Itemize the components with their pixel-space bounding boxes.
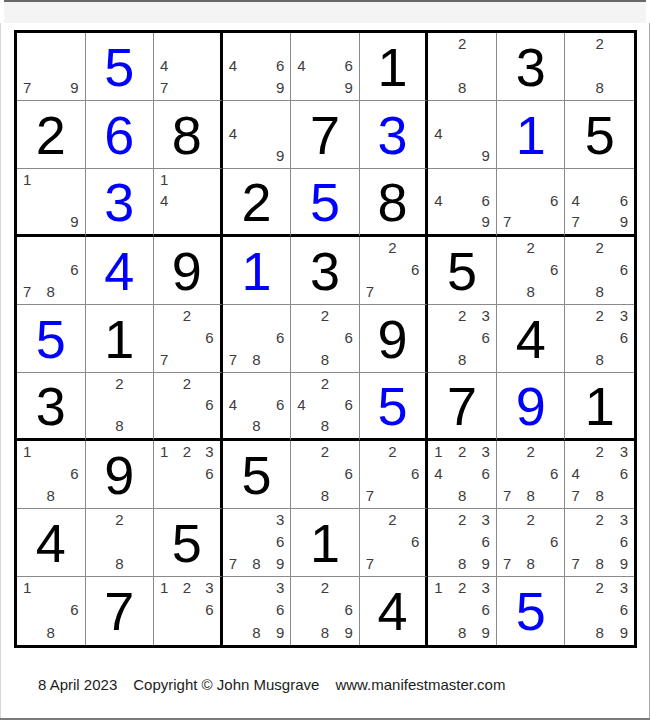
candidate-6: 6 (609, 464, 628, 484)
solved-digit: 1 (516, 108, 546, 162)
pencil-marks: 268 (291, 305, 359, 372)
candidate-7: 7 (503, 552, 522, 572)
candidate-8: 8 (590, 76, 609, 96)
candidate-3: 3 (471, 512, 490, 532)
given-digit: 9 (172, 244, 202, 298)
cell-r7c8[interactable]: 2678 (497, 441, 566, 509)
pencil-marks: 36789 (223, 509, 291, 576)
cell-r5c3[interactable]: 267 (154, 305, 223, 373)
candidate-9: 9 (471, 621, 490, 641)
candidate-1: 1 (23, 172, 42, 191)
candidate-6: 6 (334, 56, 353, 76)
candidate-6: 6 (609, 260, 628, 280)
cell-r5c5[interactable]: 268 (291, 305, 360, 373)
given-digit: 4 (516, 312, 546, 366)
candidate-3: 3 (471, 580, 490, 600)
cell-r7c7[interactable]: 123468 (428, 441, 497, 509)
pencil-marks: 14 (154, 169, 220, 234)
pencil-marks: 469 (223, 33, 291, 100)
candidate-9: 9 (60, 211, 79, 230)
solved-digit: 5 (310, 175, 340, 229)
given-digit: 2 (241, 175, 271, 229)
candidate-1: 1 (160, 172, 178, 191)
candidate-8: 8 (590, 348, 609, 368)
solved-digit: 3 (378, 108, 408, 162)
candidate-9: 9 (266, 144, 285, 164)
candidate-7: 7 (366, 280, 384, 300)
pencil-marks: 49 (223, 101, 291, 168)
pencil-marks: 3689 (223, 577, 291, 645)
cell-r3c4[interactable]: 2 (223, 169, 292, 237)
pencil-marks: 123468 (428, 441, 496, 508)
candidate-8: 8 (590, 552, 609, 572)
pencil-marks: 1236 (154, 441, 220, 508)
candidate-6: 6 (609, 532, 628, 552)
given-digit: 1 (310, 516, 340, 570)
candidate-4: 4 (571, 464, 590, 484)
candidate-8: 8 (521, 484, 540, 504)
candidate-4: 4 (297, 56, 316, 76)
candidate-4: 4 (434, 191, 453, 210)
candidate-6: 6 (266, 328, 285, 348)
pencil-marks: 267 (360, 441, 426, 508)
given-digit: 3 (36, 379, 66, 433)
candidate-4: 4 (160, 56, 178, 76)
cell-r4c1[interactable]: 678 (17, 237, 86, 305)
candidate-9: 9 (60, 76, 79, 96)
candidate-1: 1 (160, 580, 178, 600)
solved-digit: 5 (104, 40, 134, 94)
pencil-marks: 2689 (291, 577, 359, 645)
cell-r3c9[interactable]: 4679 (565, 169, 634, 237)
candidate-7: 7 (23, 280, 42, 300)
candidate-8: 8 (453, 552, 472, 572)
candidate-8: 8 (247, 552, 266, 572)
candidate-6: 6 (266, 395, 285, 414)
candidate-4: 4 (434, 124, 453, 144)
candidate-8: 8 (316, 484, 335, 504)
given-digit: 2 (36, 108, 66, 162)
cell-r2c4[interactable]: 49 (223, 101, 292, 169)
cell-r5c2[interactable]: 1 (86, 305, 155, 373)
candidate-8: 8 (110, 415, 129, 434)
given-digit: 5 (447, 244, 477, 298)
cell-r6c7[interactable]: 7 (428, 373, 497, 441)
pencil-marks: 67 (497, 169, 565, 234)
candidate-2: 2 (590, 240, 609, 260)
candidate-4: 4 (297, 395, 316, 414)
candidate-7: 7 (160, 348, 178, 368)
candidate-6: 6 (540, 532, 559, 552)
cell-r1c7[interactable]: 28 (428, 33, 497, 101)
cell-r5c1[interactable]: 5 (17, 305, 86, 373)
candidate-7: 7 (229, 552, 248, 572)
solved-digit: 5 (378, 379, 408, 433)
candidate-9: 9 (471, 144, 490, 164)
footer-copyright: Copyright © John Musgrave (133, 676, 319, 693)
candidate-2: 2 (384, 240, 402, 260)
candidate-9: 9 (266, 621, 285, 641)
candidate-2: 2 (316, 444, 335, 464)
candidate-8: 8 (453, 348, 472, 368)
candidate-7: 7 (503, 211, 522, 230)
candidate-2: 2 (178, 308, 196, 328)
cell-r7c3[interactable]: 1236 (154, 441, 223, 509)
candidate-9: 9 (471, 552, 490, 572)
candidate-6: 6 (609, 328, 628, 348)
candidate-3: 3 (266, 580, 285, 600)
candidate-6: 6 (196, 328, 214, 348)
pencil-marks: 168 (17, 577, 85, 645)
solved-digit: 4 (104, 244, 134, 298)
window-top-bar (4, 0, 646, 23)
candidate-2: 2 (521, 240, 540, 260)
cell-r4c6[interactable]: 267 (360, 237, 429, 305)
candidate-6: 6 (401, 260, 419, 280)
given-digit: 9 (378, 312, 408, 366)
given-digit: 5 (585, 108, 615, 162)
given-digit: 5 (172, 516, 202, 570)
sudoku-board: 7954746946912832826849734915193142584696… (14, 30, 637, 648)
cell-r7c9[interactable]: 234678 (565, 441, 634, 509)
footer: 8 April 2023 Copyright © John Musgrave w… (38, 676, 505, 693)
candidate-8: 8 (453, 621, 472, 641)
candidate-7: 7 (23, 76, 42, 96)
pencil-marks: 469 (291, 33, 359, 100)
cell-r5c9[interactable]: 2368 (565, 305, 634, 373)
cell-r3c3[interactable]: 14 (154, 169, 223, 237)
candidate-6: 6 (540, 464, 559, 484)
cell-r5c7[interactable]: 2368 (428, 305, 497, 373)
cell-r1c3[interactable]: 47 (154, 33, 223, 101)
candidate-8: 8 (590, 280, 609, 300)
candidate-8: 8 (247, 415, 266, 434)
candidate-4: 4 (571, 191, 590, 210)
candidate-2: 2 (178, 376, 196, 395)
candidate-4: 4 (229, 56, 248, 76)
candidate-2: 2 (316, 580, 335, 600)
pencil-marks: 4679 (565, 169, 634, 234)
cell-r5c8[interactable]: 4 (497, 305, 566, 373)
cell-r3c2[interactable]: 3 (86, 169, 155, 237)
cell-r6c5[interactable]: 2468 (291, 373, 360, 441)
candidate-6: 6 (471, 532, 490, 552)
candidate-2: 2 (384, 512, 402, 532)
candidate-2: 2 (316, 308, 335, 328)
cell-r9c4[interactable]: 3689 (223, 577, 292, 645)
candidate-2: 2 (110, 376, 129, 395)
pencil-marks: 268 (497, 237, 565, 304)
candidate-2: 2 (453, 580, 472, 600)
cell-r9c8[interactable]: 5 (497, 577, 566, 645)
candidate-1: 1 (434, 580, 453, 600)
cell-r7c4[interactable]: 5 (223, 441, 292, 509)
cell-r8c9[interactable]: 236789 (565, 509, 634, 577)
cell-r9c9[interactable]: 23689 (565, 577, 634, 645)
solved-digit: 1 (241, 244, 271, 298)
candidate-9: 9 (471, 211, 490, 230)
cell-r6c9[interactable]: 1 (565, 373, 634, 441)
candidate-6: 6 (266, 56, 285, 76)
pencil-marks: 28 (565, 33, 634, 100)
candidate-8: 8 (316, 621, 335, 641)
pencil-marks: 49 (428, 101, 496, 168)
candidate-8: 8 (42, 484, 61, 504)
candidate-3: 3 (266, 512, 285, 532)
candidate-8: 8 (110, 552, 129, 572)
cell-r2c8[interactable]: 1 (497, 101, 566, 169)
candidate-7: 7 (229, 348, 248, 368)
cell-r8c2[interactable]: 28 (86, 509, 155, 577)
candidate-6: 6 (401, 464, 419, 484)
candidate-6: 6 (334, 600, 353, 620)
candidate-1: 1 (23, 580, 42, 600)
candidate-9: 9 (334, 621, 353, 641)
cell-r2c9[interactable]: 5 (565, 101, 634, 169)
candidate-6: 6 (401, 532, 419, 552)
candidate-3: 3 (471, 444, 490, 464)
candidate-6: 6 (266, 600, 285, 620)
candidate-2: 2 (316, 376, 335, 395)
cell-r4c3[interactable]: 9 (154, 237, 223, 305)
pencil-marks: 26 (154, 373, 220, 438)
solved-digit: 9 (516, 379, 546, 433)
pencil-marks: 236789 (565, 509, 634, 576)
candidate-9: 9 (266, 552, 285, 572)
candidate-6: 6 (196, 600, 214, 620)
candidate-9: 9 (609, 211, 628, 230)
candidate-7: 7 (571, 484, 590, 504)
candidate-1: 1 (434, 444, 453, 464)
candidate-8: 8 (316, 415, 335, 434)
solved-digit: 3 (104, 175, 134, 229)
cell-r8c3[interactable]: 5 (154, 509, 223, 577)
given-digit: 8 (378, 175, 408, 229)
pencil-marks: 268 (291, 441, 359, 508)
cell-r9c6[interactable]: 4 (360, 577, 429, 645)
pencil-marks: 267 (360, 509, 426, 576)
candidate-2: 2 (178, 580, 196, 600)
candidate-6: 6 (609, 191, 628, 210)
candidate-1: 1 (23, 444, 42, 464)
given-digit: 7 (447, 379, 477, 433)
cell-r3c5[interactable]: 5 (291, 169, 360, 237)
pencil-marks: 1236 (154, 577, 220, 645)
candidate-9: 9 (334, 76, 353, 96)
pencil-marks: 2678 (497, 441, 565, 508)
candidate-6: 6 (196, 464, 214, 484)
candidate-6: 6 (60, 260, 79, 280)
candidate-6: 6 (471, 328, 490, 348)
candidate-8: 8 (42, 280, 61, 300)
cell-r9c1[interactable]: 168 (17, 577, 86, 645)
candidate-8: 8 (316, 348, 335, 368)
cell-r1c9[interactable]: 28 (565, 33, 634, 101)
footer-website: www.manifestmaster.com (335, 676, 505, 693)
cell-r8c1[interactable]: 4 (17, 509, 86, 577)
candidate-6: 6 (471, 464, 490, 484)
cell-r6c3[interactable]: 26 (154, 373, 223, 441)
pencil-marks: 469 (428, 169, 496, 234)
cell-r3c7[interactable]: 469 (428, 169, 497, 237)
given-digit: 4 (36, 516, 66, 570)
candidate-2: 2 (590, 580, 609, 600)
candidate-8: 8 (521, 280, 540, 300)
candidate-9: 9 (609, 621, 628, 641)
cell-r6c8[interactable]: 9 (497, 373, 566, 441)
cell-r8c6[interactable]: 267 (360, 509, 429, 577)
candidate-2: 2 (521, 444, 540, 464)
given-digit: 1 (104, 312, 134, 366)
cell-r3c6[interactable]: 8 (360, 169, 429, 237)
candidate-2: 2 (453, 36, 472, 56)
cell-r8c7[interactable]: 23689 (428, 509, 497, 577)
candidate-7: 7 (571, 552, 590, 572)
pencil-marks: 678 (17, 237, 85, 304)
given-digit: 7 (310, 108, 340, 162)
candidate-6: 6 (60, 600, 79, 620)
cell-r3c1[interactable]: 19 (17, 169, 86, 237)
cell-r9c2[interactable]: 7 (86, 577, 155, 645)
candidate-3: 3 (196, 580, 214, 600)
given-digit: 1 (378, 40, 408, 94)
candidate-3: 3 (609, 308, 628, 328)
candidate-8: 8 (42, 621, 61, 641)
candidate-2: 2 (384, 444, 402, 464)
cell-r1c8[interactable]: 3 (497, 33, 566, 101)
cell-r1c5[interactable]: 469 (291, 33, 360, 101)
candidate-6: 6 (266, 532, 285, 552)
candidate-2: 2 (590, 512, 609, 532)
candidate-8: 8 (453, 76, 472, 96)
cell-r2c1[interactable]: 2 (17, 101, 86, 169)
pencil-marks: 28 (428, 33, 496, 100)
cell-r1c4[interactable]: 469 (223, 33, 292, 101)
cell-r4c5[interactable]: 3 (291, 237, 360, 305)
cell-r4c4[interactable]: 1 (223, 237, 292, 305)
cell-r8c4[interactable]: 36789 (223, 509, 292, 577)
cell-r3c8[interactable]: 67 (497, 169, 566, 237)
candidate-1: 1 (160, 444, 178, 464)
candidate-2: 2 (590, 308, 609, 328)
cell-r9c7[interactable]: 123689 (428, 577, 497, 645)
cell-r7c2[interactable]: 9 (86, 441, 155, 509)
solved-digit: 5 (516, 584, 546, 638)
candidate-2: 2 (110, 512, 129, 532)
cell-r1c2[interactable]: 5 (86, 33, 155, 101)
candidate-9: 9 (609, 552, 628, 572)
cell-r5c4[interactable]: 678 (223, 305, 292, 373)
cell-r8c8[interactable]: 2678 (497, 509, 566, 577)
pencil-marks: 79 (17, 33, 85, 100)
candidate-3: 3 (609, 580, 628, 600)
cell-r9c5[interactable]: 2689 (291, 577, 360, 645)
cell-r7c6[interactable]: 267 (360, 441, 429, 509)
pencil-marks: 28 (86, 373, 154, 438)
cell-r7c1[interactable]: 168 (17, 441, 86, 509)
pencil-marks: 267 (154, 305, 220, 372)
candidate-6: 6 (334, 464, 353, 484)
cell-r2c6[interactable]: 3 (360, 101, 429, 169)
cell-r4c7[interactable]: 5 (428, 237, 497, 305)
cell-r2c2[interactable]: 6 (86, 101, 155, 169)
candidate-6: 6 (540, 260, 559, 280)
given-digit: 3 (310, 244, 340, 298)
cell-r6c1[interactable]: 3 (17, 373, 86, 441)
candidate-6: 6 (609, 600, 628, 620)
given-digit: 1 (585, 379, 615, 433)
pencil-marks: 267 (360, 237, 426, 304)
candidate-4: 4 (434, 464, 453, 484)
page-left-edge (0, 23, 1, 720)
footer-date: 8 April 2023 (38, 676, 117, 693)
candidate-7: 7 (366, 484, 384, 504)
cell-r6c2[interactable]: 28 (86, 373, 155, 441)
candidate-3: 3 (609, 512, 628, 532)
cell-r1c6[interactable]: 1 (360, 33, 429, 101)
pencil-marks: 19 (17, 169, 85, 234)
cell-r9c3[interactable]: 1236 (154, 577, 223, 645)
cell-r4c8[interactable]: 268 (497, 237, 566, 305)
given-digit: 7 (104, 584, 134, 638)
candidate-8: 8 (247, 348, 266, 368)
cell-r2c3[interactable]: 8 (154, 101, 223, 169)
cell-r1c1[interactable]: 79 (17, 33, 86, 101)
candidate-6: 6 (60, 464, 79, 484)
given-digit: 9 (104, 448, 134, 502)
candidate-7: 7 (503, 484, 522, 504)
candidate-3: 3 (196, 444, 214, 464)
candidate-6: 6 (334, 328, 353, 348)
candidate-4: 4 (229, 124, 248, 144)
candidate-2: 2 (521, 512, 540, 532)
cell-r2c7[interactable]: 49 (428, 101, 497, 169)
cell-r4c2[interactable]: 4 (86, 237, 155, 305)
given-digit: 5 (241, 448, 271, 502)
given-digit: 3 (516, 40, 546, 94)
candidate-2: 2 (178, 444, 196, 464)
pencil-marks: 23689 (565, 577, 634, 645)
given-digit: 4 (378, 584, 408, 638)
pencil-marks: 123689 (428, 577, 496, 645)
candidate-7: 7 (160, 76, 178, 96)
candidate-8: 8 (247, 621, 266, 641)
candidate-6: 6 (471, 191, 490, 210)
candidate-8: 8 (590, 484, 609, 504)
cell-r7c5[interactable]: 268 (291, 441, 360, 509)
cell-r6c4[interactable]: 468 (223, 373, 292, 441)
cell-r8c5[interactable]: 1 (291, 509, 360, 577)
pencil-marks: 2468 (291, 373, 359, 438)
cell-r6c6[interactable]: 5 (360, 373, 429, 441)
cell-r4c9[interactable]: 268 (565, 237, 634, 305)
pencil-marks: 47 (154, 33, 220, 100)
candidate-2: 2 (590, 36, 609, 56)
given-digit: 8 (172, 108, 202, 162)
candidate-2: 2 (453, 512, 472, 532)
candidate-6: 6 (471, 600, 490, 620)
candidate-3: 3 (471, 308, 490, 328)
candidate-2: 2 (590, 444, 609, 464)
pencil-marks: 168 (17, 441, 85, 508)
candidate-4: 4 (229, 395, 248, 414)
candidate-3: 3 (609, 444, 628, 464)
candidate-2: 2 (453, 444, 472, 464)
pencil-marks: 468 (223, 373, 291, 438)
cell-r2c5[interactable]: 7 (291, 101, 360, 169)
cell-r5c6[interactable]: 9 (360, 305, 429, 373)
pencil-marks: 2368 (428, 305, 496, 372)
